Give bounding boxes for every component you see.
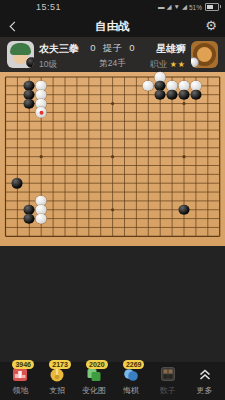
variation-count-badge: 2020 [86, 360, 108, 369]
count-label: 数子 [160, 385, 176, 396]
white-player-name: 星雄狮 [150, 42, 186, 56]
captures-line: 0提子0 [89, 42, 136, 55]
black-stone [24, 98, 35, 109]
white-rank-label: 职业 [150, 59, 167, 69]
variation-label: 变化图 [82, 385, 106, 396]
black-player-name: 农夫三拳 [39, 42, 79, 56]
last-move-marker [39, 110, 43, 114]
signal-icon: ◢ [167, 2, 172, 12]
black-stone [179, 89, 190, 100]
status-bar: 15:51 ▬ ◢ ▼ ◢ 51% [0, 0, 225, 15]
avatar-hair [10, 43, 31, 55]
black-captures: 0 [89, 42, 97, 53]
white-player-info: 星雄狮 职业 ★★ [150, 42, 186, 71]
star-point [111, 155, 114, 158]
undo-count-badge: 2269 [123, 360, 145, 369]
black-stone [24, 213, 35, 224]
territory-label: 领地 [12, 385, 28, 396]
star-point [40, 155, 43, 158]
black-stone [179, 205, 190, 216]
territory-button[interactable]: 3946 领地 [3, 366, 37, 396]
more-chevrons-icon [195, 366, 215, 383]
star-point [182, 155, 185, 158]
white-stone [36, 107, 47, 118]
nav-bar: 自由战 ⚙ [0, 15, 225, 37]
black-stone [155, 89, 166, 100]
white-player-avatar [191, 41, 218, 68]
black-stone [167, 89, 178, 100]
undo-label: 悔棋 [123, 385, 139, 396]
territory-count-badge: 3946 [12, 360, 34, 369]
lion-face [197, 47, 212, 62]
white-player-rank: 职业 ★★ [150, 59, 186, 71]
wifi-icon: ▼ [174, 2, 180, 12]
count-icon [158, 366, 178, 383]
white-stone-icon [191, 57, 199, 68]
undo-button[interactable]: 2269 悔棋 [114, 366, 148, 396]
go-board[interactable] [0, 72, 225, 246]
white-stone [143, 81, 154, 92]
hint-button[interactable]: 2173 支招 [40, 366, 74, 396]
star-point [182, 102, 185, 105]
battery-icon [205, 3, 219, 11]
black-player-avatar [7, 41, 34, 68]
black-stone [190, 89, 201, 100]
bottom-toolbar: 3946 领地 2173 支招 2020 变化图 [0, 362, 225, 400]
black-stone [12, 178, 23, 189]
signal2-icon: ◢ [182, 2, 187, 12]
black-player-rank: 10级 [39, 59, 79, 71]
captures-label: 提子 [103, 42, 122, 53]
game-status: 0提子0 第24手 [89, 42, 136, 70]
hint-label: 支招 [49, 385, 65, 396]
variation-button[interactable]: 2020 变化图 [77, 366, 111, 396]
star-point [111, 208, 114, 211]
sim-icon: ▬ [158, 2, 165, 12]
white-captures: 0 [128, 42, 136, 53]
go-app-screen: 15:51 ▬ ◢ ▼ ◢ 51% 自由战 ⚙ 农夫三拳 10级 0提子0 [0, 0, 225, 400]
player-bar: 农夫三拳 10级 0提子0 第24手 星雄狮 职业 ★★ [0, 37, 225, 72]
more-button[interactable]: 更多 [188, 366, 222, 396]
count-button[interactable]: 数子 [151, 366, 185, 396]
black-stone-icon [26, 57, 34, 68]
status-icons: ▬ ◢ ▼ ◢ 51% [158, 2, 219, 12]
page-title: 自由战 [0, 19, 225, 34]
white-stone [36, 213, 47, 224]
black-player-info: 农夫三拳 10级 [39, 42, 79, 71]
background-panel [0, 246, 225, 362]
settings-gear-icon[interactable]: ⚙ [205, 18, 217, 33]
pro-stars: ★★ [170, 60, 186, 69]
hint-count-badge: 2173 [49, 360, 71, 369]
more-label: 更多 [197, 385, 213, 396]
star-point [111, 102, 114, 105]
battery-percent: 51% [189, 4, 202, 11]
clock: 15:51 [36, 2, 61, 12]
move-number: 第24手 [89, 58, 136, 70]
